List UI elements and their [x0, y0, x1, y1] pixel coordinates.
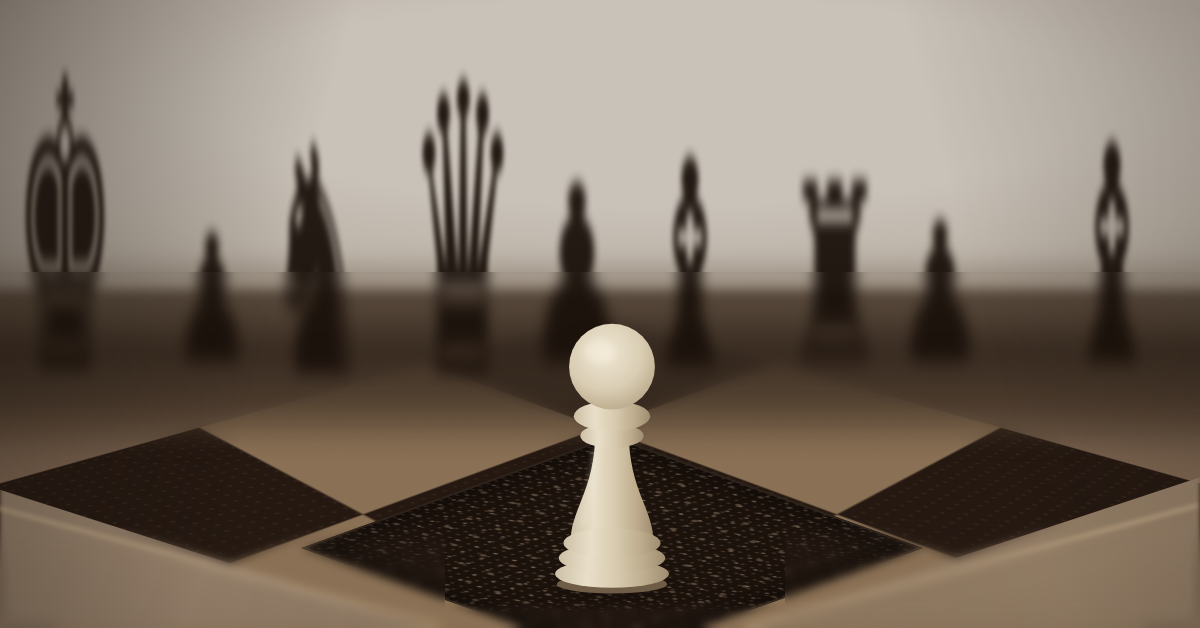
pawn-stem — [571, 432, 653, 544]
pawn-head-highlight — [583, 340, 615, 364]
pawn-skirt-ridge — [563, 528, 660, 558]
chess-photo-scene: ♚ ♟ ♞ ♛ ♟ ♝ ♜ ♟ ♝ — [0, 0, 1200, 628]
depth-blur-near-bottom — [0, 601, 1200, 628]
pawn-head — [569, 324, 655, 410]
white-pawn — [537, 320, 687, 600]
